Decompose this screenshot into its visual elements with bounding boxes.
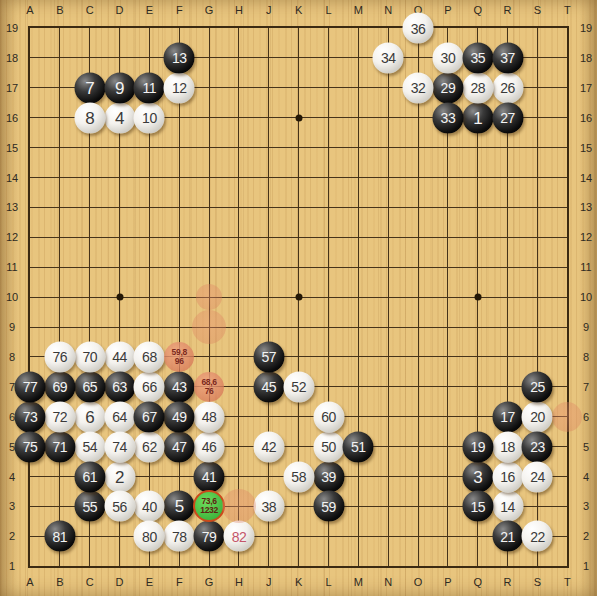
hoshi-point xyxy=(295,114,302,121)
stone-D5: 74 xyxy=(104,431,135,462)
stone-F3: 5 xyxy=(164,491,195,522)
move-number: 65 xyxy=(82,380,97,394)
stone-S4: 24 xyxy=(522,461,553,492)
column-label-top: K xyxy=(295,4,302,16)
move-number: 34 xyxy=(381,51,396,65)
ai-best-move-marker[interactable]: 73,61232 xyxy=(193,490,225,522)
column-label-bottom: F xyxy=(176,576,183,588)
ai-candidate-move-marker[interactable] xyxy=(552,402,582,432)
stone-Q4: 3 xyxy=(462,461,493,492)
row-label-left: 12 xyxy=(6,231,18,243)
stone-E16: 10 xyxy=(134,102,165,133)
row-label-left: 17 xyxy=(6,82,18,94)
ai-visits: 1232 xyxy=(200,506,218,515)
stone-R4: 16 xyxy=(492,461,523,492)
ai-visits: 76 xyxy=(205,387,214,396)
move-number: 47 xyxy=(172,440,187,454)
move-number: 13 xyxy=(172,51,187,65)
row-label-left: 14 xyxy=(6,172,18,184)
column-label-bottom: Q xyxy=(473,576,482,588)
column-label-top: E xyxy=(146,4,153,16)
column-label-bottom: R xyxy=(504,576,512,588)
stone-B7: 69 xyxy=(44,371,75,402)
row-label-left: 11 xyxy=(6,261,17,273)
column-label-bottom: C xyxy=(86,576,94,588)
stone-C4: 61 xyxy=(74,461,105,492)
stone-C16: 8 xyxy=(74,102,105,133)
move-number: 23 xyxy=(530,440,545,454)
row-label-right: 7 xyxy=(583,381,589,393)
stone-D4: 2 xyxy=(104,461,135,492)
stone-F6: 49 xyxy=(164,401,195,432)
move-number: 48 xyxy=(202,410,217,424)
move-number: 24 xyxy=(530,470,545,484)
move-number: 27 xyxy=(500,111,515,125)
move-number: 30 xyxy=(441,51,456,65)
move-number: 55 xyxy=(82,499,97,513)
move-number: 67 xyxy=(142,410,157,424)
stone-B5: 71 xyxy=(44,431,75,462)
move-number: 26 xyxy=(500,81,515,95)
move-number: 32 xyxy=(411,81,426,95)
move-number: 22 xyxy=(530,529,545,543)
move-number: 46 xyxy=(202,440,217,454)
column-label-bottom: O xyxy=(414,576,423,588)
stone-E7: 66 xyxy=(134,371,165,402)
column-label-bottom: K xyxy=(295,576,302,588)
row-label-left: 3 xyxy=(9,500,15,512)
row-label-left: 10 xyxy=(6,291,18,303)
column-label-bottom: J xyxy=(266,576,272,588)
stone-C7: 65 xyxy=(74,371,105,402)
stone-E5: 62 xyxy=(134,431,165,462)
stone-F5: 47 xyxy=(164,431,195,462)
stone-D7: 63 xyxy=(104,371,135,402)
move-number: 45 xyxy=(262,380,277,394)
column-label-bottom: T xyxy=(564,576,571,588)
stone-D6: 64 xyxy=(104,401,135,432)
row-label-left: 1 xyxy=(9,560,15,572)
stone-A5: 75 xyxy=(15,431,46,462)
move-number: 64 xyxy=(112,410,127,424)
move-number: 2 xyxy=(115,468,124,485)
move-number: 81 xyxy=(53,529,68,543)
row-label-right: 10 xyxy=(580,291,592,303)
move-number: 54 xyxy=(82,440,97,454)
stone-S7: 25 xyxy=(522,371,553,402)
stone-R3: 14 xyxy=(492,491,523,522)
column-label-bottom: N xyxy=(384,576,392,588)
row-label-left: 15 xyxy=(6,142,18,154)
hoshi-point xyxy=(474,294,481,301)
stone-E17: 11 xyxy=(134,72,165,103)
stone-C17: 7 xyxy=(74,72,105,103)
ai-candidate-move-marker[interactable] xyxy=(192,310,226,344)
row-label-right: 5 xyxy=(583,441,589,453)
move-number: 69 xyxy=(53,380,68,394)
row-label-right: 12 xyxy=(580,231,592,243)
stone-E8: 68 xyxy=(134,341,165,372)
move-number: 60 xyxy=(321,410,336,424)
stone-M5: 51 xyxy=(343,431,374,462)
stone-L4: 39 xyxy=(313,461,344,492)
stone-S5: 23 xyxy=(522,431,553,462)
row-label-left: 2 xyxy=(9,530,15,542)
stone-G4: 41 xyxy=(194,461,225,492)
column-label-top: P xyxy=(444,4,451,16)
move-number: 68 xyxy=(142,350,157,364)
move-number: 79 xyxy=(202,529,217,543)
column-label-top: R xyxy=(504,4,512,16)
move-number: 8 xyxy=(85,109,94,126)
stone-J7: 45 xyxy=(253,371,284,402)
last-move-number: 82 xyxy=(232,529,247,543)
move-number: 6 xyxy=(85,408,94,425)
stone-B2: 81 xyxy=(44,521,75,552)
move-number: 77 xyxy=(23,380,38,394)
row-label-left: 13 xyxy=(6,201,18,213)
row-label-left: 19 xyxy=(6,22,18,34)
move-number: 58 xyxy=(291,470,306,484)
move-number: 63 xyxy=(112,380,127,394)
stone-B6: 72 xyxy=(44,401,75,432)
ai-candidate-move-marker[interactable]: 68,676 xyxy=(194,372,224,402)
column-label-bottom: S xyxy=(534,576,541,588)
stone-O17: 32 xyxy=(403,72,434,103)
stone-C5: 54 xyxy=(74,431,105,462)
move-number: 61 xyxy=(82,470,97,484)
move-number: 57 xyxy=(262,350,277,364)
row-label-right: 9 xyxy=(583,321,589,333)
stone-L3: 59 xyxy=(313,491,344,522)
stone-J5: 42 xyxy=(253,431,284,462)
move-number: 39 xyxy=(321,470,336,484)
move-number: 25 xyxy=(530,380,545,394)
move-number: 29 xyxy=(441,81,456,95)
move-number: 74 xyxy=(112,440,127,454)
move-number: 56 xyxy=(112,499,127,513)
column-label-top: F xyxy=(176,4,183,16)
move-number: 75 xyxy=(23,440,38,454)
stone-S6: 20 xyxy=(522,401,553,432)
row-label-left: 8 xyxy=(9,351,15,363)
stone-F7: 43 xyxy=(164,371,195,402)
stone-H2: 82 xyxy=(223,521,254,552)
move-number: 18 xyxy=(500,440,515,454)
column-label-top: B xyxy=(56,4,63,16)
move-number: 73 xyxy=(23,410,38,424)
move-number: 9 xyxy=(115,79,124,96)
stone-K7: 52 xyxy=(283,371,314,402)
stone-S2: 22 xyxy=(522,521,553,552)
stone-N18: 34 xyxy=(373,42,404,73)
stone-E3: 40 xyxy=(134,491,165,522)
move-number: 80 xyxy=(142,529,157,543)
stone-C6: 6 xyxy=(74,401,105,432)
row-label-right: 1 xyxy=(583,560,589,572)
move-number: 78 xyxy=(172,529,187,543)
column-label-top: S xyxy=(534,4,541,16)
stone-O19: 36 xyxy=(403,13,434,44)
row-label-right: 6 xyxy=(583,411,589,423)
stone-L5: 50 xyxy=(313,431,344,462)
column-label-bottom: L xyxy=(325,576,331,588)
move-number: 40 xyxy=(142,499,157,513)
move-number: 71 xyxy=(53,440,68,454)
move-number: 66 xyxy=(142,380,157,394)
column-label-top: N xyxy=(384,4,392,16)
stone-D8: 44 xyxy=(104,341,135,372)
column-label-top: L xyxy=(325,4,331,16)
move-number: 43 xyxy=(172,380,187,394)
row-label-right: 13 xyxy=(580,201,592,213)
move-number: 3 xyxy=(473,468,482,485)
move-number: 17 xyxy=(500,410,515,424)
row-label-right: 18 xyxy=(580,52,592,64)
stone-Q3: 15 xyxy=(462,491,493,522)
stone-C8: 70 xyxy=(74,341,105,372)
stone-Q17: 28 xyxy=(462,72,493,103)
stone-F17: 12 xyxy=(164,72,195,103)
stone-C3: 55 xyxy=(74,491,105,522)
stone-R5: 18 xyxy=(492,431,523,462)
stone-F2: 78 xyxy=(164,521,195,552)
column-label-top: C xyxy=(86,4,94,16)
stone-R17: 26 xyxy=(492,72,523,103)
stone-D17: 9 xyxy=(104,72,135,103)
ai-candidate-move-marker[interactable]: 59,896 xyxy=(164,342,194,372)
stone-F18: 13 xyxy=(164,42,195,73)
row-label-right: 3 xyxy=(583,500,589,512)
row-label-left: 18 xyxy=(6,52,18,64)
stone-K4: 58 xyxy=(283,461,314,492)
stone-G6: 48 xyxy=(194,401,225,432)
row-label-right: 17 xyxy=(580,82,592,94)
move-number: 59 xyxy=(321,499,336,513)
column-label-bottom: P xyxy=(444,576,451,588)
move-number: 10 xyxy=(142,111,157,125)
stone-G2: 79 xyxy=(194,521,225,552)
row-label-right: 15 xyxy=(580,142,592,154)
stone-J3: 38 xyxy=(253,491,284,522)
column-label-top: T xyxy=(564,4,571,16)
stone-R16: 27 xyxy=(492,102,523,133)
stone-A7: 77 xyxy=(15,371,46,402)
move-number: 49 xyxy=(172,410,187,424)
column-label-bottom: H xyxy=(235,576,243,588)
row-label-right: 8 xyxy=(583,351,589,363)
move-number: 41 xyxy=(202,470,217,484)
ai-visits: 96 xyxy=(175,357,184,366)
move-number: 37 xyxy=(500,51,515,65)
move-number: 38 xyxy=(262,499,277,513)
column-label-bottom: M xyxy=(354,576,363,588)
move-number: 11 xyxy=(143,81,157,95)
column-label-bottom: B xyxy=(56,576,63,588)
move-number: 51 xyxy=(351,440,366,454)
move-number: 76 xyxy=(53,350,68,364)
row-label-right: 4 xyxy=(583,471,589,483)
move-number: 21 xyxy=(500,529,515,543)
move-number: 15 xyxy=(470,499,485,513)
stone-P16: 33 xyxy=(432,102,463,133)
row-label-right: 19 xyxy=(580,22,592,34)
stone-P17: 29 xyxy=(432,72,463,103)
stone-R2: 21 xyxy=(492,521,523,552)
move-number: 44 xyxy=(112,350,127,364)
column-label-top: G xyxy=(205,4,214,16)
move-number: 72 xyxy=(53,410,68,424)
stone-E2: 80 xyxy=(134,521,165,552)
column-label-bottom: G xyxy=(205,576,214,588)
move-number: 36 xyxy=(411,21,426,35)
stone-L6: 60 xyxy=(313,401,344,432)
column-label-top: J xyxy=(266,4,272,16)
stone-E6: 67 xyxy=(134,401,165,432)
stone-A6: 73 xyxy=(15,401,46,432)
move-number: 70 xyxy=(82,350,97,364)
move-number: 12 xyxy=(172,81,187,95)
move-number: 1 xyxy=(473,109,482,126)
stone-Q16: 1 xyxy=(462,102,493,133)
move-number: 5 xyxy=(175,498,184,515)
hoshi-point xyxy=(295,294,302,301)
move-number: 14 xyxy=(500,499,515,513)
stone-Q18: 35 xyxy=(462,42,493,73)
stone-D3: 56 xyxy=(104,491,135,522)
stone-D16: 4 xyxy=(104,102,135,133)
move-number: 19 xyxy=(470,440,485,454)
stone-J8: 57 xyxy=(253,341,284,372)
column-label-top: Q xyxy=(473,4,482,16)
ai-candidate-move-marker[interactable] xyxy=(196,284,222,310)
move-number: 16 xyxy=(500,470,515,484)
stone-P18: 30 xyxy=(432,42,463,73)
stone-Q5: 19 xyxy=(462,431,493,462)
column-label-top: D xyxy=(116,4,124,16)
move-number: 4 xyxy=(115,109,124,126)
row-label-right: 14 xyxy=(580,172,592,184)
stone-R18: 37 xyxy=(492,42,523,73)
move-number: 33 xyxy=(441,111,456,125)
column-label-bottom: A xyxy=(26,576,33,588)
move-number: 7 xyxy=(85,79,94,96)
row-label-right: 2 xyxy=(583,530,589,542)
move-number: 52 xyxy=(291,380,306,394)
row-label-left: 4 xyxy=(9,471,15,483)
stone-G5: 46 xyxy=(194,431,225,462)
move-number: 28 xyxy=(470,81,485,95)
ai-candidate-move-marker[interactable] xyxy=(222,489,256,523)
column-label-top: M xyxy=(354,4,363,16)
move-number: 62 xyxy=(142,440,157,454)
move-number: 35 xyxy=(470,51,485,65)
row-label-left: 16 xyxy=(6,112,18,124)
go-board[interactable]: AABBCCDDEEFFGGHHJJKKLLMMNNOOPPQQRRSSTT19… xyxy=(0,0,597,596)
row-label-right: 11 xyxy=(580,261,591,273)
hoshi-point xyxy=(116,294,123,301)
move-number: 50 xyxy=(321,440,336,454)
column-label-bottom: D xyxy=(116,576,124,588)
move-number: 20 xyxy=(530,410,545,424)
column-label-top: A xyxy=(26,4,33,16)
stone-B8: 76 xyxy=(44,341,75,372)
column-label-top: H xyxy=(235,4,243,16)
row-label-right: 16 xyxy=(580,112,592,124)
move-number: 42 xyxy=(262,440,277,454)
row-label-left: 9 xyxy=(9,321,15,333)
column-label-bottom: E xyxy=(146,576,153,588)
stone-R6: 17 xyxy=(492,401,523,432)
